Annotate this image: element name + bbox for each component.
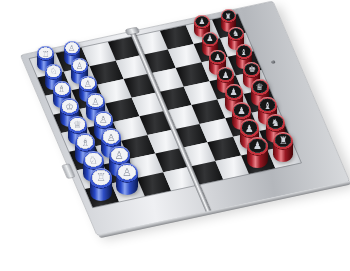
black-knight-icon: ♞	[232, 30, 239, 38]
blue-piece-cap: ♙	[116, 163, 138, 183]
black-rook-icon: ♜	[225, 13, 232, 21]
photo-stage: ♜♞♝♛♚♝♞♜♟♟♟♟♟♟♟♟♙♙♙♙♙♙♙♙♖♘♗♕♔♗♘♖	[0, 0, 350, 271]
red-piece-cap: ♟	[225, 84, 243, 101]
piece-white-rook-a1[interactable]: ♖	[90, 168, 112, 201]
white-queen-icon: ♕	[73, 120, 82, 130]
blue-piece-cap: ♙	[109, 146, 130, 165]
hinge-pin	[125, 27, 140, 36]
red-piece-cap: ♜	[221, 9, 236, 23]
red-piece-cap: ♝	[258, 97, 277, 114]
blue-piece-cap: ♙	[79, 76, 97, 93]
red-piece-cap: ♟	[232, 102, 251, 120]
white-pawn-icon: ♙	[84, 80, 92, 89]
red-piece-cap: ♞	[228, 27, 244, 42]
white-pawn-icon: ♙	[122, 168, 132, 179]
black-pawn-icon: ♟	[199, 18, 206, 26]
red-piece-cap: ♟	[209, 50, 226, 66]
white-bishop-icon: ♗	[81, 138, 90, 148]
black-bishop-icon: ♝	[263, 101, 271, 110]
white-bishop-icon: ♗	[58, 85, 66, 94]
black-pawn-icon: ♟	[206, 35, 213, 43]
white-rook-icon: ♖	[42, 50, 49, 58]
white-pawn-icon: ♙	[99, 115, 108, 125]
black-pawn-icon: ♟	[237, 106, 246, 116]
piece-black-pawn-a7[interactable]: ♟	[247, 137, 268, 168]
red-piece-cap: ♟	[194, 15, 209, 29]
red-piece-cap: ♚	[243, 62, 260, 78]
red-piece-cap: ♝	[236, 44, 253, 59]
red-piece-cap: ♟	[247, 137, 268, 156]
white-knight-icon: ♘	[50, 67, 58, 76]
blue-piece-cap: ♖	[90, 168, 112, 188]
blue-piece-cap: ♔	[60, 98, 79, 115]
blue-piece-cap: ♙	[94, 111, 113, 129]
black-bishop-icon: ♝	[240, 48, 247, 56]
black-pawn-icon: ♟	[245, 124, 254, 134]
screw-icon	[271, 60, 276, 64]
black-knight-icon: ♞	[271, 118, 280, 128]
red-piece-cap: ♟	[240, 119, 260, 137]
red-piece-cap: ♟	[202, 32, 218, 47]
black-rook-icon: ♜	[279, 136, 288, 146]
black-pawn-icon: ♟	[222, 71, 230, 80]
black-king-icon: ♚	[248, 65, 256, 74]
blue-piece-cap: ♘	[45, 64, 62, 80]
black-pawn-icon: ♟	[230, 88, 238, 97]
white-king-icon: ♔	[65, 102, 73, 111]
white-knight-icon: ♘	[88, 155, 97, 166]
black-queen-icon: ♛	[256, 83, 264, 92]
white-pawn-icon: ♙	[107, 133, 116, 143]
blue-piece-cap: ♕	[68, 116, 88, 134]
red-piece-cap: ♛	[251, 79, 269, 96]
white-pawn-icon: ♙	[115, 150, 124, 160]
black-pawn-icon: ♟	[253, 141, 262, 151]
black-pawn-icon: ♟	[214, 53, 222, 61]
piece-black-rook-a8[interactable]: ♜	[273, 132, 293, 162]
white-rook-icon: ♖	[96, 173, 106, 184]
blue-piece-cap: ♙	[64, 41, 80, 56]
white-pawn-icon: ♙	[76, 62, 84, 71]
latch	[61, 163, 75, 178]
white-pawn-icon: ♙	[91, 97, 99, 106]
white-pawn-icon: ♙	[68, 44, 75, 52]
blue-piece-cap: ♗	[53, 81, 71, 98]
piece-white-pawn-a2[interactable]: ♙	[116, 163, 138, 195]
